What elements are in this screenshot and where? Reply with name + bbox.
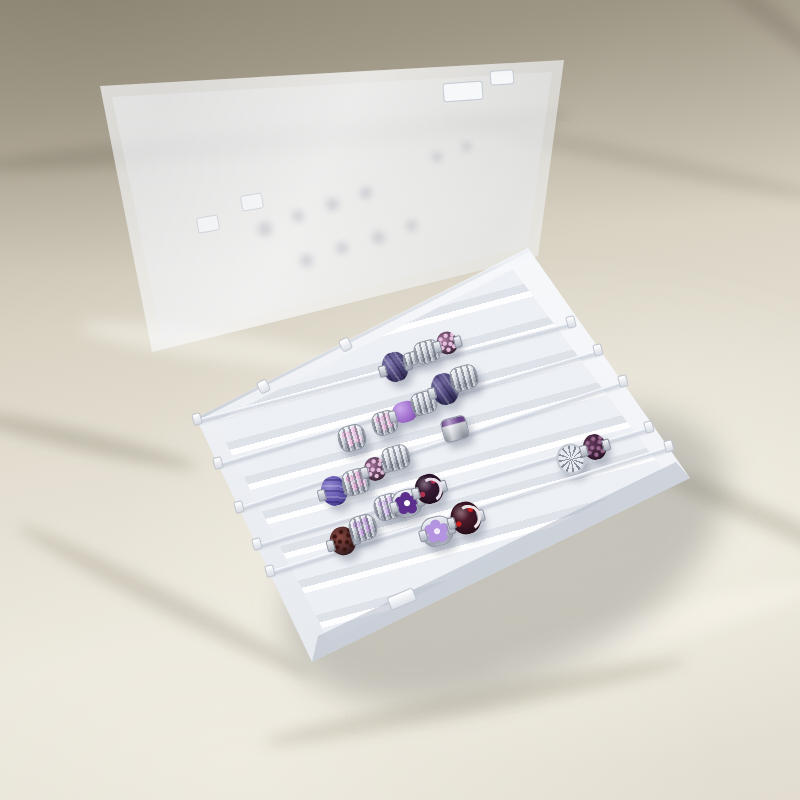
lid-hinge-tab [240,192,264,212]
bead-silver-core [579,444,590,458]
lid-bead-reflection [432,152,442,162]
rod-clip [617,374,629,388]
lid-hinge-tab [196,214,220,234]
rod-clip [592,343,604,357]
fabric-fold [0,102,570,180]
bead-silver-core [325,539,336,553]
bead-silver-core [317,488,328,502]
fabric-fold [625,0,800,102]
fabric-fold [0,403,199,476]
bead-silver-core [418,529,429,543]
lid-bead-reflection [292,210,304,222]
fabric-fold [433,107,800,212]
bead-silver-core [427,387,438,401]
bead-silver-core [359,466,370,480]
lid-latch-tab [490,69,515,86]
bead-silver-core [432,340,443,354]
lid-bead-reflection [258,222,272,236]
bead-silver-core [378,364,389,378]
lid-bead-reflection [326,198,339,211]
lid-bead-reflection [360,187,372,199]
bead-silver-core [387,409,398,423]
lid-bead-reflection [406,220,417,231]
lid-bead-reflection [462,142,471,151]
lid-bead-reflection [372,231,385,244]
lid-latch-tab [442,81,483,103]
lid-bead-reflection [336,242,348,254]
lid-bead-reflection [300,254,313,267]
bead-silver-core [389,501,400,515]
scene [0,0,800,800]
